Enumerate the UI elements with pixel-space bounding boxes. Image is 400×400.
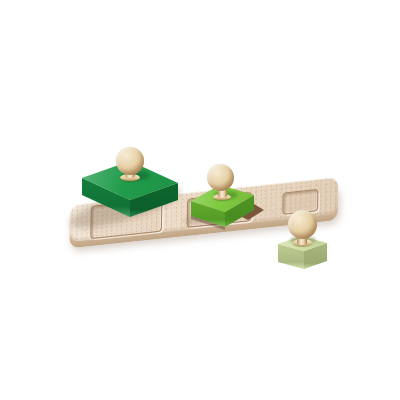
- product-photo: [0, 0, 400, 400]
- knob-ball: [288, 210, 317, 239]
- knob-ball: [116, 147, 144, 175]
- knob-ball: [207, 164, 234, 191]
